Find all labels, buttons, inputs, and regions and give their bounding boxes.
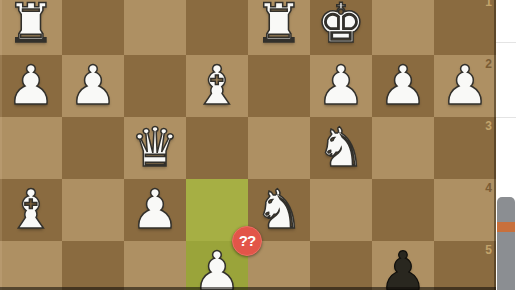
blunder-badge: ?? xyxy=(232,226,262,256)
square-f2[interactable] xyxy=(124,55,186,117)
white-knight-c3[interactable]: ♞ xyxy=(317,117,365,179)
square-f5[interactable] xyxy=(124,241,186,290)
square-b3[interactable] xyxy=(372,117,434,179)
square-d3[interactable] xyxy=(248,117,310,179)
square-e3[interactable] xyxy=(186,117,248,179)
square-f1[interactable] xyxy=(124,0,186,55)
square-h5[interactable] xyxy=(0,241,62,290)
white-queen-f3[interactable]: ♛ xyxy=(131,117,179,179)
square-b1[interactable] xyxy=(372,0,434,55)
white-king-c1[interactable]: ♚ xyxy=(317,0,365,55)
chess-app-window: ♜♜♚♟♟♝♟♟♟♛♞♝♟♞♟♟ 12345 ?? xyxy=(0,0,516,290)
square-c4[interactable] xyxy=(310,179,372,241)
board-left-edge xyxy=(0,0,2,290)
white-rook-d1[interactable]: ♜ xyxy=(255,0,303,55)
white-pawn-g2[interactable]: ♟ xyxy=(69,55,117,117)
square-g1[interactable] xyxy=(62,0,124,55)
square-h2[interactable]: ♟ xyxy=(0,55,62,117)
white-rook-h1[interactable]: ♜ xyxy=(7,0,55,55)
black-pawn-b5[interactable]: ♟ xyxy=(379,241,427,290)
square-h3[interactable] xyxy=(0,117,62,179)
square-g3[interactable] xyxy=(62,117,124,179)
square-f3[interactable]: ♛ xyxy=(124,117,186,179)
square-b5[interactable]: ♟ xyxy=(372,241,434,290)
square-h1[interactable]: ♜ xyxy=(0,0,62,55)
white-pawn-c2[interactable]: ♟ xyxy=(317,55,365,117)
square-c5[interactable] xyxy=(310,241,372,290)
panel-seam xyxy=(496,42,516,43)
square-b4[interactable] xyxy=(372,179,434,241)
side-panel-strip xyxy=(496,0,516,290)
square-b2[interactable]: ♟ xyxy=(372,55,434,117)
square-c3[interactable]: ♞ xyxy=(310,117,372,179)
white-pawn-f4[interactable]: ♟ xyxy=(131,179,179,241)
square-g4[interactable] xyxy=(62,179,124,241)
square-d2[interactable] xyxy=(248,55,310,117)
white-bishop-e2[interactable]: ♝ xyxy=(193,55,241,117)
square-a3[interactable] xyxy=(434,117,496,179)
white-pawn-h2[interactable]: ♟ xyxy=(7,55,55,117)
white-pawn-b2[interactable]: ♟ xyxy=(379,55,427,117)
square-d1[interactable]: ♜ xyxy=(248,0,310,55)
scrollbar-thumb[interactable] xyxy=(497,197,515,290)
white-pawn-a2[interactable]: ♟ xyxy=(441,55,489,117)
square-g5[interactable] xyxy=(62,241,124,290)
panel-seam xyxy=(496,117,516,118)
white-bishop-h4[interactable]: ♝ xyxy=(7,179,55,241)
square-e2[interactable]: ♝ xyxy=(186,55,248,117)
square-a4[interactable] xyxy=(434,179,496,241)
square-c2[interactable]: ♟ xyxy=(310,55,372,117)
square-a5[interactable] xyxy=(434,241,496,290)
square-h4[interactable]: ♝ xyxy=(0,179,62,241)
scrollbar-orange-marker xyxy=(497,222,515,232)
square-c1[interactable]: ♚ xyxy=(310,0,372,55)
square-a1[interactable] xyxy=(434,0,496,55)
white-knight-d4[interactable]: ♞ xyxy=(255,179,303,241)
square-a2[interactable]: ♟ xyxy=(434,55,496,117)
square-e1[interactable] xyxy=(186,0,248,55)
square-g2[interactable]: ♟ xyxy=(62,55,124,117)
square-f4[interactable]: ♟ xyxy=(124,179,186,241)
